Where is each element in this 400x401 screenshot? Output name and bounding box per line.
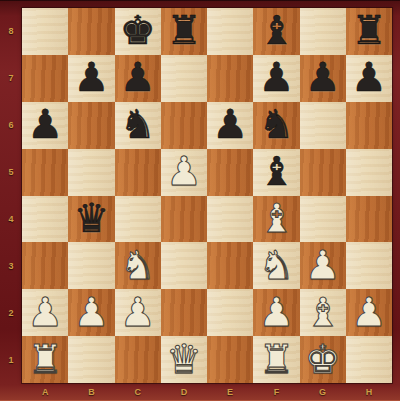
square-d5[interactable]: ♟	[161, 149, 207, 196]
square-h8[interactable]: ♜	[346, 8, 392, 55]
square-h5[interactable]	[346, 149, 392, 196]
white-knight[interactable]: ♞	[258, 245, 294, 285]
square-g3[interactable]: ♟	[300, 242, 346, 289]
square-f6[interactable]: ♞	[253, 102, 299, 149]
square-d4[interactable]	[161, 196, 207, 243]
square-b1[interactable]	[68, 336, 114, 383]
rank-labels: 87654321	[0, 8, 22, 383]
square-g8[interactable]	[300, 8, 346, 55]
square-a4[interactable]	[22, 196, 68, 243]
square-g6[interactable]	[300, 102, 346, 149]
square-h3[interactable]	[346, 242, 392, 289]
white-pawn[interactable]: ♟	[120, 292, 156, 332]
black-queen[interactable]: ♛	[73, 198, 109, 238]
black-bishop[interactable]: ♝	[258, 10, 294, 50]
file-label-d: D	[161, 383, 207, 401]
black-knight[interactable]: ♞	[120, 104, 156, 144]
square-f5[interactable]: ♝	[253, 149, 299, 196]
square-g1[interactable]: ♚	[300, 336, 346, 383]
rank-label-4: 4	[0, 196, 22, 243]
square-h7[interactable]: ♟	[346, 55, 392, 102]
square-b8[interactable]	[68, 8, 114, 55]
file-label-c: C	[115, 383, 161, 401]
file-label-a: A	[22, 383, 68, 401]
white-bishop[interactable]: ♝	[258, 198, 294, 238]
square-c1[interactable]	[115, 336, 161, 383]
rank-label-3: 3	[0, 242, 22, 289]
chess-board: ♚♜♝♜♟♟♟♟♟♟♞♟♞♟♝♛♝♞♞♟♟♟♟♟♝♟♜♛♜♚	[22, 8, 392, 383]
square-c5[interactable]	[115, 149, 161, 196]
square-a8[interactable]	[22, 8, 68, 55]
square-h6[interactable]	[346, 102, 392, 149]
rank-label-8: 8	[0, 8, 22, 55]
square-a1[interactable]: ♜	[22, 336, 68, 383]
square-a6[interactable]: ♟	[22, 102, 68, 149]
square-c2[interactable]: ♟	[115, 289, 161, 336]
square-e4[interactable]	[207, 196, 253, 243]
rank-label-5: 5	[0, 149, 22, 196]
white-king[interactable]: ♚	[305, 339, 341, 379]
white-pawn[interactable]: ♟	[27, 292, 63, 332]
white-pawn[interactable]: ♟	[258, 292, 294, 332]
square-c4[interactable]	[115, 196, 161, 243]
square-e1[interactable]	[207, 336, 253, 383]
black-pawn[interactable]: ♟	[27, 104, 63, 144]
file-label-h: H	[346, 383, 392, 401]
square-d1[interactable]: ♛	[161, 336, 207, 383]
rank-label-6: 6	[0, 102, 22, 149]
square-b6[interactable]	[68, 102, 114, 149]
square-d6[interactable]	[161, 102, 207, 149]
white-pawn[interactable]: ♟	[351, 292, 387, 332]
square-c6[interactable]: ♞	[115, 102, 161, 149]
white-pawn[interactable]: ♟	[73, 292, 109, 332]
square-f2[interactable]: ♟	[253, 289, 299, 336]
black-pawn[interactable]: ♟	[120, 57, 156, 97]
white-bishop[interactable]: ♝	[305, 292, 341, 332]
rank-label-1: 1	[0, 336, 22, 383]
white-rook[interactable]: ♜	[27, 339, 63, 379]
square-c7[interactable]: ♟	[115, 55, 161, 102]
file-labels: ABCDEFGH	[22, 383, 392, 401]
square-f3[interactable]: ♞	[253, 242, 299, 289]
square-d7[interactable]	[161, 55, 207, 102]
square-e8[interactable]	[207, 8, 253, 55]
file-label-e: E	[207, 383, 253, 401]
black-pawn[interactable]: ♟	[305, 57, 341, 97]
square-e7[interactable]	[207, 55, 253, 102]
square-a2[interactable]: ♟	[22, 289, 68, 336]
black-rook[interactable]: ♜	[166, 10, 202, 50]
square-e2[interactable]	[207, 289, 253, 336]
square-g2[interactable]: ♝	[300, 289, 346, 336]
square-g4[interactable]	[300, 196, 346, 243]
rank-label-7: 7	[0, 55, 22, 102]
rank-label-2: 2	[0, 289, 22, 336]
square-d8[interactable]: ♜	[161, 8, 207, 55]
square-g7[interactable]: ♟	[300, 55, 346, 102]
square-a5[interactable]	[22, 149, 68, 196]
square-f4[interactable]: ♝	[253, 196, 299, 243]
square-c3[interactable]: ♞	[115, 242, 161, 289]
black-pawn[interactable]: ♟	[212, 104, 248, 144]
square-f1[interactable]: ♜	[253, 336, 299, 383]
white-rook[interactable]: ♜	[258, 339, 294, 379]
file-label-f: F	[253, 383, 299, 401]
square-b2[interactable]: ♟	[68, 289, 114, 336]
square-e3[interactable]	[207, 242, 253, 289]
white-pawn[interactable]: ♟	[166, 151, 202, 191]
white-pawn[interactable]: ♟	[305, 245, 341, 285]
file-label-g: G	[300, 383, 346, 401]
black-pawn[interactable]: ♟	[73, 57, 109, 97]
black-knight[interactable]: ♞	[258, 104, 294, 144]
white-queen[interactable]: ♛	[166, 339, 202, 379]
board-frame: 87654321 ABCDEFGH ♚♜♝♜♟♟♟♟♟♟♞♟♞♟♝♛♝♞♞♟♟♟…	[0, 0, 400, 401]
square-f8[interactable]: ♝	[253, 8, 299, 55]
square-f7[interactable]: ♟	[253, 55, 299, 102]
square-b7[interactable]: ♟	[68, 55, 114, 102]
white-knight[interactable]: ♞	[120, 245, 156, 285]
square-g5[interactable]	[300, 149, 346, 196]
file-label-b: B	[68, 383, 114, 401]
black-bishop[interactable]: ♝	[258, 151, 294, 191]
square-d3[interactable]	[161, 242, 207, 289]
square-b5[interactable]	[68, 149, 114, 196]
black-pawn[interactable]: ♟	[258, 57, 294, 97]
square-a3[interactable]	[22, 242, 68, 289]
square-a7[interactable]	[22, 55, 68, 102]
black-rook[interactable]: ♜	[351, 10, 387, 50]
square-h2[interactable]: ♟	[346, 289, 392, 336]
square-h4[interactable]	[346, 196, 392, 243]
black-king[interactable]: ♚	[120, 10, 156, 50]
square-e6[interactable]: ♟	[207, 102, 253, 149]
square-b3[interactable]	[68, 242, 114, 289]
square-e5[interactable]	[207, 149, 253, 196]
square-d2[interactable]	[161, 289, 207, 336]
square-b4[interactable]: ♛	[68, 196, 114, 243]
square-c8[interactable]: ♚	[115, 8, 161, 55]
black-pawn[interactable]: ♟	[351, 57, 387, 97]
square-h1[interactable]	[346, 336, 392, 383]
